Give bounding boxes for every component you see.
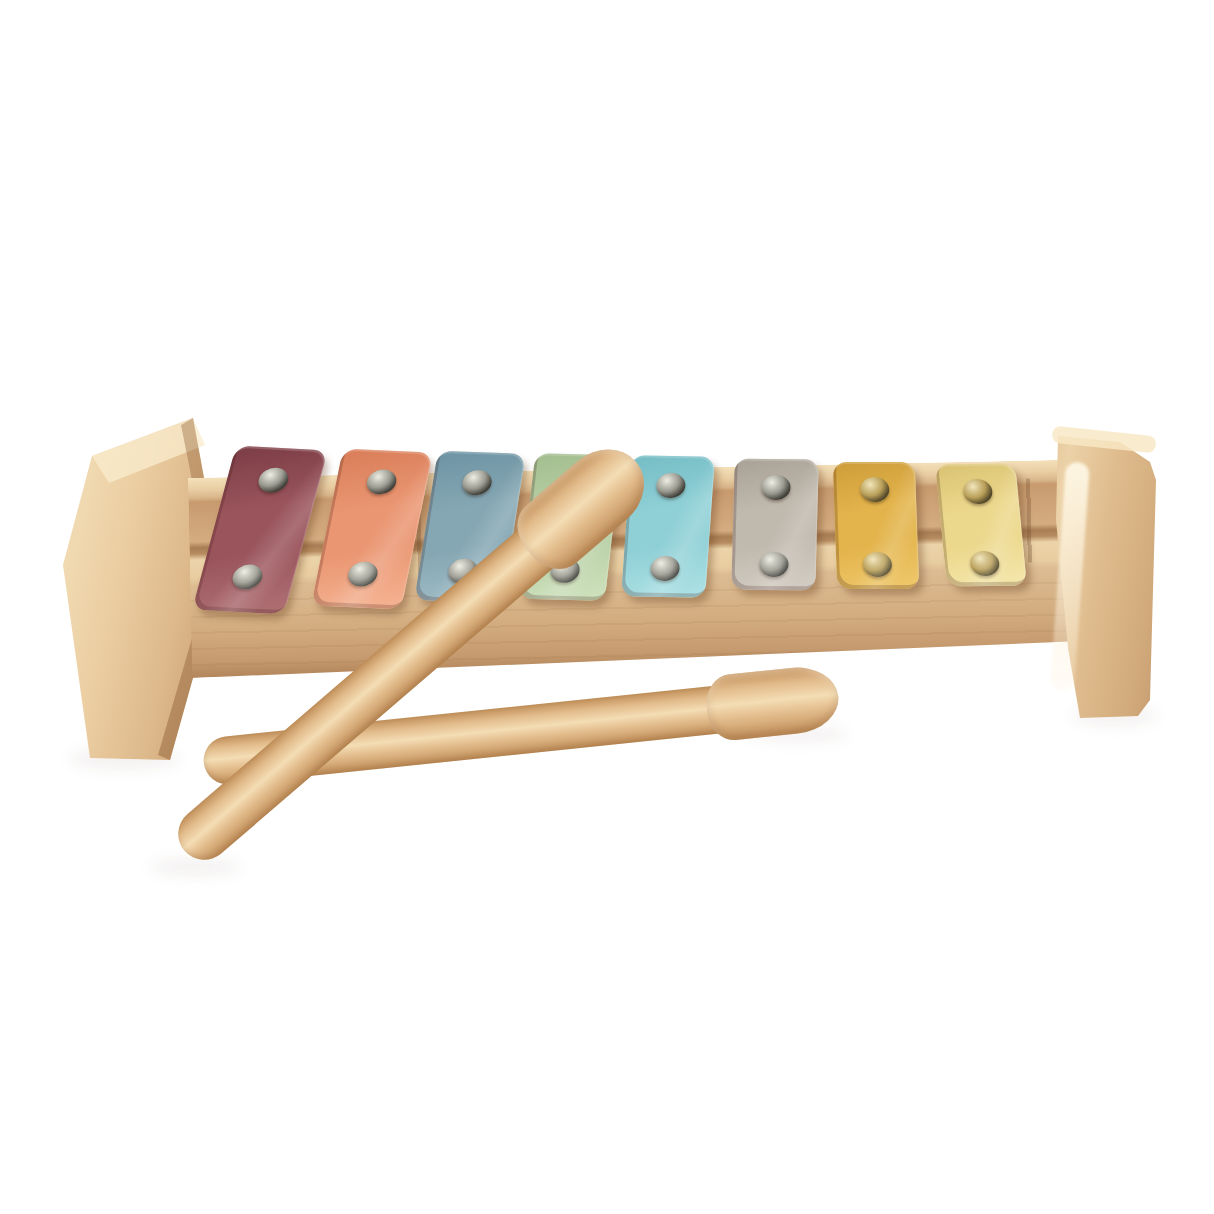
bar-2-screw-top	[365, 469, 399, 495]
mallet-front-head	[704, 663, 842, 742]
bar-8-screw-bottom	[969, 550, 1000, 575]
bar-7-screw-top	[860, 477, 890, 502]
xylophone-bar-7-mustard	[833, 462, 919, 589]
xylophone-bar-8-pale-yellow	[935, 464, 1027, 587]
bar-8-screw-top	[962, 479, 993, 504]
bar-1-screw-bottom	[230, 564, 266, 590]
bar-3-screw-top	[461, 470, 494, 496]
bar-2-screw-bottom	[346, 561, 380, 587]
bar-1-screw-top	[256, 467, 292, 493]
bar-6-screw-top	[761, 475, 791, 500]
bar-5-screw-bottom	[650, 556, 681, 581]
bar-6-screw-bottom	[759, 552, 789, 577]
xylophone-bar-6-grey	[731, 459, 818, 591]
product-photo-xylophone	[0, 0, 1214, 1214]
bar-7-screw-bottom	[862, 552, 892, 577]
